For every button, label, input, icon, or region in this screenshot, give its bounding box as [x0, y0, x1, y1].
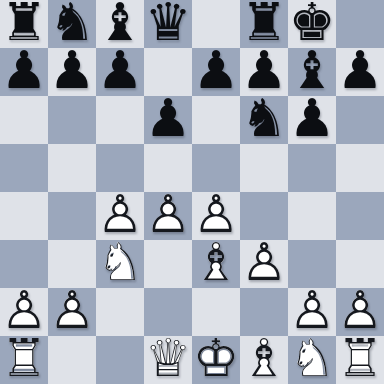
black-pawn-glyph: ♟: [336, 46, 384, 94]
black-pawn-glyph: ♟: [144, 94, 192, 142]
white-bishop-outline: ♗: [192, 238, 240, 286]
black-pawn[interactable]: ♟: [192, 48, 240, 96]
black-pawn-glyph: ♟: [48, 46, 96, 94]
black-knight[interactable]: ♞: [240, 96, 288, 144]
square-h1[interactable]: ♜♖: [336, 336, 384, 384]
white-knight[interactable]: ♞♘: [288, 336, 336, 384]
white-rook[interactable]: ♜♖: [0, 336, 48, 384]
black-pawn[interactable]: ♟: [0, 48, 48, 96]
black-pawn[interactable]: ♟: [336, 48, 384, 96]
square-b5[interactable]: [48, 144, 96, 192]
white-queen-outline: ♕: [144, 334, 192, 382]
white-bishop-outline: ♗: [240, 334, 288, 382]
white-pawn[interactable]: ♟♙: [144, 192, 192, 240]
white-pawn[interactable]: ♟♙: [48, 288, 96, 336]
white-bishop[interactable]: ♝♗: [240, 336, 288, 384]
square-b1[interactable]: [48, 336, 96, 384]
square-e1[interactable]: ♚♔: [192, 336, 240, 384]
white-pawn-outline: ♙: [288, 286, 336, 334]
square-d6[interactable]: ♟: [144, 96, 192, 144]
white-queen[interactable]: ♛♕: [144, 336, 192, 384]
white-pawn-outline: ♙: [192, 190, 240, 238]
black-pawn-glyph: ♟: [0, 46, 48, 94]
square-g5[interactable]: [288, 144, 336, 192]
black-pawn-glyph: ♟: [192, 46, 240, 94]
square-c6[interactable]: [96, 96, 144, 144]
black-queen[interactable]: ♛: [144, 0, 192, 48]
square-g4[interactable]: [288, 192, 336, 240]
square-a7[interactable]: ♟: [0, 48, 48, 96]
square-d4[interactable]: ♟♙: [144, 192, 192, 240]
square-a4[interactable]: [0, 192, 48, 240]
square-b6[interactable]: [48, 96, 96, 144]
square-a5[interactable]: [0, 144, 48, 192]
square-g6[interactable]: ♟: [288, 96, 336, 144]
square-f6[interactable]: ♞: [240, 96, 288, 144]
chess-board: ♜♞♝♛♜♚♟♟♟♟♟♝♟♟♞♟♟♙♟♙♟♙♞♘♝♗♟♙♟♙♟♙♟♙♟♙♜♖♛♕…: [0, 0, 384, 384]
white-pawn-outline: ♙: [48, 286, 96, 334]
white-king-outline: ♔: [192, 334, 240, 382]
white-king[interactable]: ♚♔: [192, 336, 240, 384]
white-pawn[interactable]: ♟♙: [240, 240, 288, 288]
square-h7[interactable]: ♟: [336, 48, 384, 96]
square-b7[interactable]: ♟: [48, 48, 96, 96]
square-f3[interactable]: ♟♙: [240, 240, 288, 288]
black-pawn[interactable]: ♟: [144, 96, 192, 144]
square-a6[interactable]: [0, 96, 48, 144]
black-bishop-glyph: ♝: [288, 46, 336, 94]
square-e3[interactable]: ♝♗: [192, 240, 240, 288]
square-c7[interactable]: ♟: [96, 48, 144, 96]
square-c1[interactable]: [96, 336, 144, 384]
white-pawn-outline: ♙: [144, 190, 192, 238]
square-c2[interactable]: [96, 288, 144, 336]
white-pawn-outline: ♙: [336, 286, 384, 334]
square-f5[interactable]: [240, 144, 288, 192]
black-knight-glyph: ♞: [240, 94, 288, 142]
black-pawn[interactable]: ♟: [96, 48, 144, 96]
white-rook[interactable]: ♜♖: [336, 336, 384, 384]
white-rook-outline: ♖: [336, 334, 384, 382]
square-h6[interactable]: [336, 96, 384, 144]
square-f1[interactable]: ♝♗: [240, 336, 288, 384]
white-knight-outline: ♘: [288, 334, 336, 382]
white-pawn-outline: ♙: [0, 286, 48, 334]
white-bishop[interactable]: ♝♗: [192, 240, 240, 288]
square-c3[interactable]: ♞♘: [96, 240, 144, 288]
black-pawn-glyph: ♟: [96, 46, 144, 94]
square-e7[interactable]: ♟: [192, 48, 240, 96]
square-h5[interactable]: [336, 144, 384, 192]
white-pawn-outline: ♙: [240, 238, 288, 286]
black-queen-glyph: ♛: [144, 0, 192, 46]
black-pawn[interactable]: ♟: [48, 48, 96, 96]
square-g1[interactable]: ♞♘: [288, 336, 336, 384]
white-rook-outline: ♖: [0, 334, 48, 382]
square-b4[interactable]: [48, 192, 96, 240]
black-pawn[interactable]: ♟: [288, 96, 336, 144]
black-pawn-glyph: ♟: [240, 46, 288, 94]
white-pawn-outline: ♙: [96, 190, 144, 238]
white-knight[interactable]: ♞♘: [96, 240, 144, 288]
square-a1[interactable]: ♜♖: [0, 336, 48, 384]
square-d8[interactable]: ♛: [144, 0, 192, 48]
black-pawn-glyph: ♟: [288, 94, 336, 142]
square-d1[interactable]: ♛♕: [144, 336, 192, 384]
square-h4[interactable]: [336, 192, 384, 240]
square-e6[interactable]: [192, 96, 240, 144]
white-knight-outline: ♘: [96, 238, 144, 286]
square-b2[interactable]: ♟♙: [48, 288, 96, 336]
square-d3[interactable]: [144, 240, 192, 288]
